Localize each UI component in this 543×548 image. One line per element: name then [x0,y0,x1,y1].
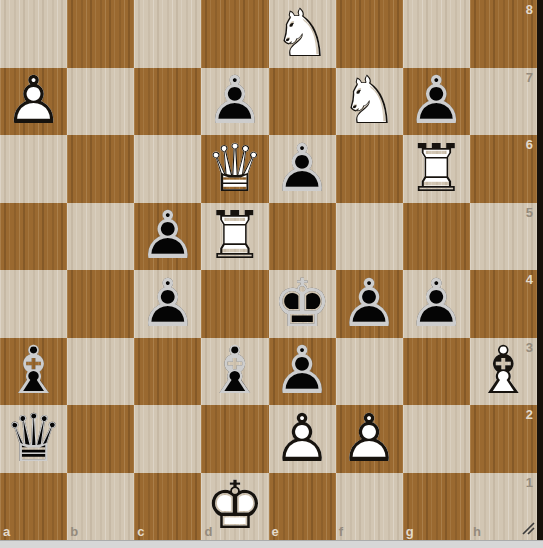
square-d8[interactable] [201,0,268,68]
coord-rank-5: 5 [526,206,533,219]
black-pawn[interactable]: ♟♙ [201,68,268,136]
square-e3[interactable]: ♟♙ [269,338,336,406]
square-g6[interactable]: ♜♖ [403,135,470,203]
square-b8[interactable] [67,0,134,68]
coord-file-b: b [70,525,78,538]
page-bottom-strip [0,540,543,548]
square-a1[interactable]: a [0,473,67,541]
square-e8[interactable]: ♞♘ [269,0,336,68]
square-a2[interactable]: ♛♕ [0,405,67,473]
square-h8[interactable]: 8 [470,0,537,68]
square-d1[interactable]: d♚♔ [201,473,268,541]
square-c3[interactable] [134,338,201,406]
square-f6[interactable] [336,135,403,203]
square-a4[interactable] [0,270,67,338]
white-pawn[interactable]: ♟♙ [336,405,403,473]
pawn-glyph-outline: ♙ [134,203,201,271]
white-rook[interactable]: ♜♖ [403,135,470,203]
white-knight[interactable]: ♞♘ [336,68,403,136]
square-d7[interactable]: ♟♙ [201,68,268,136]
square-d4[interactable] [201,270,268,338]
square-d3[interactable]: ♝♗ [201,338,268,406]
square-g8[interactable] [403,0,470,68]
coord-file-a: a [3,525,10,538]
coord-file-e: e [272,525,279,538]
black-pawn[interactable]: ♟♙ [269,135,336,203]
square-b3[interactable] [67,338,134,406]
square-d5[interactable]: ♜♖ [201,203,268,271]
coord-file-f: f [339,525,343,538]
square-b1[interactable]: b [67,473,134,541]
queen-glyph-outline: ♕ [201,135,268,203]
bishop-glyph-outline: ♗ [470,338,537,406]
square-f1[interactable]: f [336,473,403,541]
square-f4[interactable]: ♟♙ [336,270,403,338]
white-king[interactable]: ♚♔ [201,473,268,541]
black-pawn[interactable]: ♟♙ [336,270,403,338]
resize-grip-icon[interactable] [521,521,535,535]
square-c1[interactable]: c [134,473,201,541]
square-a8[interactable] [0,0,67,68]
rook-glyph-outline: ♖ [201,203,268,271]
square-g5[interactable] [403,203,470,271]
square-h5[interactable]: 5 [470,203,537,271]
king-glyph-outline: ♔ [269,270,336,338]
square-c8[interactable] [134,0,201,68]
square-f5[interactable] [336,203,403,271]
square-b6[interactable] [67,135,134,203]
coord-rank-1: 1 [526,476,533,489]
square-c4[interactable]: ♟♙ [134,270,201,338]
square-e4[interactable]: ♚♔ [269,270,336,338]
square-e1[interactable]: e [269,473,336,541]
square-h4[interactable]: 4 [470,270,537,338]
square-e6[interactable]: ♟♙ [269,135,336,203]
square-a3[interactable]: ♝♗ [0,338,67,406]
white-queen[interactable]: ♛♕ [201,135,268,203]
square-g7[interactable]: ♟♙ [403,68,470,136]
white-bishop[interactable]: ♝♗ [470,338,537,406]
knight-glyph-outline: ♘ [336,68,403,136]
coord-rank-8: 8 [526,3,533,16]
white-pawn[interactable]: ♟♙ [0,68,67,136]
square-b4[interactable] [67,270,134,338]
chess-app-page: ♞♘8♟♙♟♙♞♘♟♙7♛♕♟♙♜♖6♟♙♜♖5♟♙♚♔♟♙♟♙4♝♗♝♗♟♙3… [0,0,543,548]
bishop-glyph-outline: ♗ [0,338,67,406]
coord-rank-2: 2 [526,408,533,421]
coord-file-g: g [406,525,414,538]
pawn-glyph-outline: ♙ [403,68,470,136]
square-g1[interactable]: g [403,473,470,541]
pawn-glyph-outline: ♙ [201,68,268,136]
square-c7[interactable] [134,68,201,136]
coord-file-c: c [137,525,144,538]
square-h3[interactable]: 3♝♗ [470,338,537,406]
square-b5[interactable] [67,203,134,271]
bishop-glyph-outline: ♗ [201,338,268,406]
black-pawn[interactable]: ♟♙ [403,68,470,136]
white-knight[interactable]: ♞♘ [269,0,336,68]
square-a7[interactable]: ♟♙ [0,68,67,136]
chess-board: ♞♘8♟♙♟♙♞♘♟♙7♛♕♟♙♜♖6♟♙♜♖5♟♙♚♔♟♙♟♙4♝♗♝♗♟♙3… [0,0,537,540]
black-king[interactable]: ♚♔ [269,270,336,338]
pawn-glyph-outline: ♙ [269,405,336,473]
pawn-glyph-outline: ♙ [269,135,336,203]
square-f7[interactable]: ♞♘ [336,68,403,136]
square-a5[interactable] [0,203,67,271]
black-bishop[interactable]: ♝♗ [0,338,67,406]
square-c2[interactable] [134,405,201,473]
square-c5[interactable]: ♟♙ [134,203,201,271]
coord-rank-4: 4 [526,273,533,286]
square-f8[interactable] [336,0,403,68]
square-h2[interactable]: 2 [470,405,537,473]
black-queen[interactable]: ♛♕ [0,405,67,473]
square-b7[interactable] [67,68,134,136]
board-right-edge [537,0,543,540]
square-h7[interactable]: 7 [470,68,537,136]
white-pawn[interactable]: ♟♙ [269,405,336,473]
square-e5[interactable] [269,203,336,271]
black-pawn[interactable]: ♟♙ [403,270,470,338]
square-f3[interactable] [336,338,403,406]
pawn-glyph-outline: ♙ [134,270,201,338]
square-e2[interactable]: ♟♙ [269,405,336,473]
pawn-glyph-outline: ♙ [403,270,470,338]
coord-file-h: h [473,525,481,538]
square-g4[interactable]: ♟♙ [403,270,470,338]
black-bishop[interactable]: ♝♗ [201,338,268,406]
queen-glyph-outline: ♕ [0,405,67,473]
pawn-glyph-outline: ♙ [269,338,336,406]
coord-rank-7: 7 [526,71,533,84]
square-b2[interactable] [67,405,134,473]
black-pawn[interactable]: ♟♙ [134,270,201,338]
knight-glyph-outline: ♘ [269,0,336,68]
square-g2[interactable] [403,405,470,473]
black-pawn[interactable]: ♟♙ [269,338,336,406]
square-g3[interactable] [403,338,470,406]
pawn-glyph-outline: ♙ [336,405,403,473]
pawn-glyph-outline: ♙ [0,68,67,136]
square-d2[interactable] [201,405,268,473]
square-h6[interactable]: 6 [470,135,537,203]
pawn-glyph-outline: ♙ [336,270,403,338]
square-a6[interactable] [0,135,67,203]
square-d6[interactable]: ♛♕ [201,135,268,203]
coord-rank-6: 6 [526,138,533,151]
square-c6[interactable] [134,135,201,203]
square-e7[interactable] [269,68,336,136]
white-rook[interactable]: ♜♖ [201,203,268,271]
square-f2[interactable]: ♟♙ [336,405,403,473]
black-pawn[interactable]: ♟♙ [134,203,201,271]
king-glyph-outline: ♔ [201,473,268,541]
rook-glyph-outline: ♖ [403,135,470,203]
